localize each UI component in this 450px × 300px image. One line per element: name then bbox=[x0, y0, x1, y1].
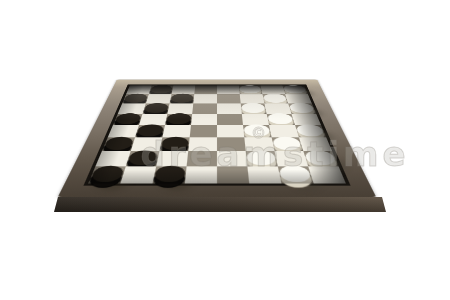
board-square bbox=[190, 125, 217, 137]
board-square: ● bbox=[153, 166, 187, 183]
board-square bbox=[217, 114, 243, 125]
board-square bbox=[217, 166, 249, 183]
board-square bbox=[194, 85, 217, 94]
white-piece: ● bbox=[241, 121, 273, 136]
black-piece: ● bbox=[164, 110, 194, 124]
board-square bbox=[192, 103, 217, 113]
board-square: ● bbox=[170, 94, 195, 103]
board-square bbox=[217, 151, 247, 166]
board-square: ● bbox=[243, 125, 272, 137]
board-square bbox=[217, 125, 244, 137]
board-square bbox=[217, 94, 241, 103]
board-square bbox=[217, 137, 246, 151]
board-square bbox=[191, 114, 217, 125]
board-grid: ●●●●●●●●●●●●●●●●●●●●●●●● bbox=[88, 85, 346, 183]
black-piece: ● bbox=[168, 91, 195, 103]
board-square bbox=[217, 85, 240, 94]
board-frame-front-face bbox=[54, 197, 386, 212]
board-frame: ●●●●●●●●●●●●●●●●●●●●●●●● bbox=[58, 80, 377, 198]
board-square bbox=[185, 166, 217, 183]
board-square bbox=[193, 94, 217, 103]
board-square: ● bbox=[267, 114, 295, 125]
board-square: ● bbox=[246, 151, 278, 166]
board-square: ● bbox=[165, 114, 192, 125]
white-piece: ● bbox=[239, 100, 268, 113]
board-square bbox=[217, 103, 242, 113]
stock-photo-checkers-board: ●●●●●●●●●●●●●●●●●●●●●●●● © dreamstime bbox=[0, 0, 450, 300]
board-square: ● bbox=[241, 103, 267, 113]
board-square: ● bbox=[272, 137, 304, 151]
black-piece: ● bbox=[151, 161, 189, 182]
white-piece: ● bbox=[244, 146, 279, 165]
board-square: ● bbox=[239, 85, 263, 94]
white-piece: ● bbox=[237, 83, 263, 94]
board-square: ● bbox=[159, 137, 189, 151]
black-piece: ● bbox=[158, 133, 191, 150]
board-square bbox=[308, 166, 346, 183]
board-square: ● bbox=[262, 94, 288, 103]
board-square bbox=[187, 151, 217, 166]
board-square bbox=[188, 137, 217, 151]
